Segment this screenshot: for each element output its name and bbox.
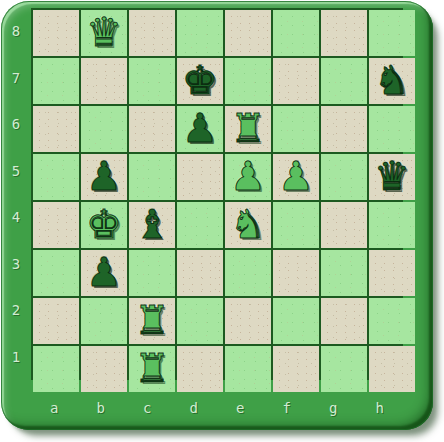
piece-dark-queen-h5[interactable]: ♛ <box>374 156 410 196</box>
square-c1[interactable]: ♜ <box>129 346 175 392</box>
piece-dark-knight-h7[interactable]: ♞ <box>374 60 410 100</box>
square-h6[interactable] <box>369 106 415 152</box>
square-b1[interactable] <box>81 346 127 392</box>
piece-dark-bishop-c4[interactable]: ♝ <box>134 204 170 244</box>
square-h8[interactable] <box>369 10 415 56</box>
square-c7[interactable] <box>129 58 175 104</box>
square-g4[interactable] <box>321 202 367 248</box>
rank-label-8: 8 <box>1 8 31 55</box>
square-d3[interactable] <box>177 250 223 296</box>
chess-board-screenshot: 87654321 ♛♚♞♟♜♟♟♟♛♚♝♞♟♜♜ abcdefgh <box>0 0 444 442</box>
square-c2[interactable]: ♜ <box>129 298 175 344</box>
square-b6[interactable] <box>81 106 127 152</box>
square-c4[interactable]: ♝ <box>129 202 175 248</box>
square-d6[interactable]: ♟ <box>177 106 223 152</box>
square-h4[interactable] <box>369 202 415 248</box>
square-d7[interactable]: ♚ <box>177 58 223 104</box>
square-h2[interactable] <box>369 298 415 344</box>
square-g5[interactable] <box>321 154 367 200</box>
file-label-g: g <box>310 394 357 422</box>
square-h3[interactable] <box>369 250 415 296</box>
file-labels: abcdefgh <box>31 394 403 422</box>
square-g6[interactable] <box>321 106 367 152</box>
square-b7[interactable] <box>81 58 127 104</box>
square-a5[interactable] <box>33 154 79 200</box>
piece-light-rook-c2[interactable]: ♜ <box>134 300 170 340</box>
square-b3[interactable]: ♟ <box>81 250 127 296</box>
square-g1[interactable] <box>321 346 367 392</box>
square-a3[interactable] <box>33 250 79 296</box>
square-a2[interactable] <box>33 298 79 344</box>
square-c6[interactable] <box>129 106 175 152</box>
rank-label-7: 7 <box>1 55 31 102</box>
square-g3[interactable] <box>321 250 367 296</box>
square-e6[interactable]: ♜ <box>225 106 271 152</box>
square-h1[interactable] <box>369 346 415 392</box>
square-b8[interactable]: ♛ <box>81 10 127 56</box>
rank-label-6: 6 <box>1 101 31 148</box>
square-f7[interactable] <box>273 58 319 104</box>
square-d5[interactable] <box>177 154 223 200</box>
rank-label-5: 5 <box>1 148 31 195</box>
file-label-d: d <box>171 394 218 422</box>
rank-labels: 87654321 <box>1 8 31 380</box>
rank-label-4: 4 <box>1 194 31 241</box>
piece-light-pawn-f5[interactable]: ♟ <box>278 156 314 196</box>
square-e4[interactable]: ♞ <box>225 202 271 248</box>
piece-dark-king-d7[interactable]: ♚ <box>182 60 218 100</box>
square-g8[interactable] <box>321 10 367 56</box>
square-f4[interactable] <box>273 202 319 248</box>
file-label-c: c <box>124 394 171 422</box>
piece-light-rook-c1[interactable]: ♜ <box>134 348 170 388</box>
square-g2[interactable] <box>321 298 367 344</box>
square-b5[interactable]: ♟ <box>81 154 127 200</box>
square-h7[interactable]: ♞ <box>369 58 415 104</box>
square-e8[interactable] <box>225 10 271 56</box>
square-e1[interactable] <box>225 346 271 392</box>
square-f5[interactable]: ♟ <box>273 154 319 200</box>
square-c5[interactable] <box>129 154 175 200</box>
square-e3[interactable] <box>225 250 271 296</box>
file-label-b: b <box>78 394 125 422</box>
square-e2[interactable] <box>225 298 271 344</box>
piece-light-king-b4[interactable]: ♚ <box>86 204 122 244</box>
piece-light-knight-e4[interactable]: ♞ <box>230 204 266 244</box>
square-g7[interactable] <box>321 58 367 104</box>
chess-board-grid: ♛♚♞♟♜♟♟♟♛♚♝♞♟♜♜ <box>31 8 403 380</box>
square-f1[interactable] <box>273 346 319 392</box>
piece-dark-pawn-d6[interactable]: ♟ <box>182 108 218 148</box>
square-f8[interactable] <box>273 10 319 56</box>
square-h5[interactable]: ♛ <box>369 154 415 200</box>
square-e7[interactable] <box>225 58 271 104</box>
square-c8[interactable] <box>129 10 175 56</box>
piece-dark-pawn-b3[interactable]: ♟ <box>86 252 122 292</box>
square-d2[interactable] <box>177 298 223 344</box>
square-d4[interactable] <box>177 202 223 248</box>
rank-label-1: 1 <box>1 334 31 381</box>
piece-light-pawn-e5[interactable]: ♟ <box>230 156 266 196</box>
piece-dark-pawn-b5[interactable]: ♟ <box>86 156 122 196</box>
square-c3[interactable] <box>129 250 175 296</box>
square-e5[interactable]: ♟ <box>225 154 271 200</box>
square-b2[interactable] <box>81 298 127 344</box>
piece-light-queen-b8[interactable]: ♛ <box>86 12 122 52</box>
piece-light-rook-e6[interactable]: ♜ <box>230 108 266 148</box>
square-a4[interactable] <box>33 202 79 248</box>
square-a7[interactable] <box>33 58 79 104</box>
rank-label-2: 2 <box>1 287 31 334</box>
file-label-h: h <box>357 394 404 422</box>
square-d1[interactable] <box>177 346 223 392</box>
file-label-e: e <box>217 394 264 422</box>
board-frame: 87654321 ♛♚♞♟♜♟♟♟♛♚♝♞♟♜♜ abcdefgh <box>1 1 433 430</box>
rank-label-3: 3 <box>1 241 31 288</box>
square-a1[interactable] <box>33 346 79 392</box>
square-a8[interactable] <box>33 10 79 56</box>
square-f3[interactable] <box>273 250 319 296</box>
file-label-a: a <box>31 394 78 422</box>
square-b4[interactable]: ♚ <box>81 202 127 248</box>
file-label-f: f <box>264 394 311 422</box>
square-f6[interactable] <box>273 106 319 152</box>
square-a6[interactable] <box>33 106 79 152</box>
square-d8[interactable] <box>177 10 223 56</box>
square-f2[interactable] <box>273 298 319 344</box>
